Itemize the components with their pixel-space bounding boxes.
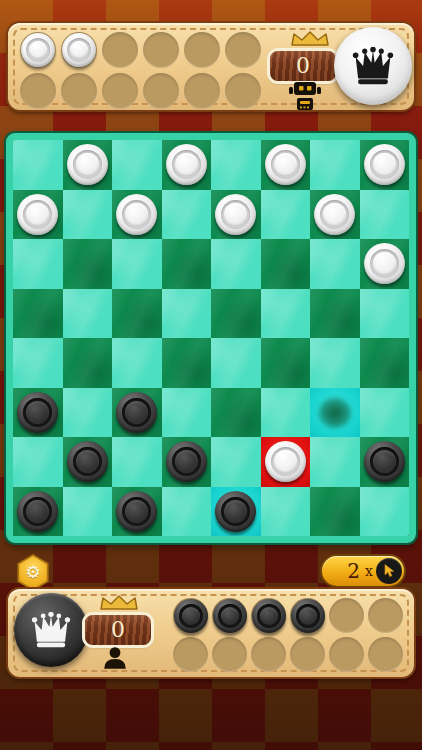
black-piece[interactable] (17, 491, 58, 532)
tray-slot (212, 598, 247, 633)
cell-r2c3[interactable] (162, 239, 212, 289)
tray-slot (368, 598, 403, 633)
cell-r0c1[interactable] (63, 140, 113, 190)
black-piece[interactable] (166, 441, 207, 482)
black-piece[interactable] (364, 441, 405, 482)
cell-r5c0[interactable] (13, 388, 63, 438)
cell-r4c4[interactable] (211, 338, 261, 388)
cell-r3c5[interactable] (261, 289, 311, 339)
cell-r5c2[interactable] (112, 388, 162, 438)
top-score-box: 0 (270, 51, 336, 81)
black-piece[interactable] (116, 491, 157, 532)
tray-slot (143, 73, 179, 109)
white-piece[interactable] (215, 194, 256, 235)
person-icon (102, 647, 128, 669)
cell-r0c2[interactable] (112, 140, 162, 190)
bottom-player-avatar-button[interactable] (14, 593, 88, 667)
cell-r3c1[interactable] (63, 289, 113, 339)
bottom-score: 0 (111, 619, 125, 641)
cell-r4c6[interactable] (310, 338, 360, 388)
cell-r4c1[interactable] (63, 338, 113, 388)
black-piece[interactable] (215, 491, 256, 532)
robot-icon (289, 82, 321, 111)
tray-slot (20, 73, 56, 109)
cell-r5c5[interactable] (261, 388, 311, 438)
cell-r5c4[interactable] (211, 388, 261, 438)
cell-r0c7[interactable] (360, 140, 410, 190)
cell-r7c3[interactable] (162, 487, 212, 537)
cell-r6c5[interactable] (261, 437, 311, 487)
white-piece[interactable] (364, 243, 405, 284)
cell-r5c1[interactable] (63, 388, 113, 438)
tray-slot (212, 637, 247, 672)
white-piece[interactable] (265, 144, 306, 185)
cell-r2c6[interactable] (310, 239, 360, 289)
cell-r0c5[interactable] (261, 140, 311, 190)
cell-r6c4[interactable] (211, 437, 261, 487)
cell-r3c7[interactable] (360, 289, 410, 339)
tray-slot (184, 73, 220, 109)
cell-r2c5[interactable] (261, 239, 311, 289)
cell-r0c3[interactable] (162, 140, 212, 190)
cell-r6c0[interactable] (13, 437, 63, 487)
cell-r1c0[interactable] (13, 190, 63, 240)
cell-r7c7[interactable] (360, 487, 410, 537)
white-piece[interactable] (116, 194, 157, 235)
cell-r7c2[interactable] (112, 487, 162, 537)
black-queen-crown-icon (351, 47, 395, 85)
tray-slot (20, 32, 56, 68)
top-player-panel: 0 (8, 23, 414, 110)
captured-white-piece (62, 33, 96, 67)
tray-slot (61, 73, 97, 109)
cell-r0c0[interactable] (13, 140, 63, 190)
tray-slot (184, 32, 220, 68)
tray-slot (251, 637, 286, 672)
gear-hexagon: ⚙ (18, 556, 48, 589)
top-captured-tray (20, 32, 261, 109)
bottom-player-panel: 0 (8, 589, 414, 677)
gold-crown-icon (96, 594, 142, 611)
cell-r7c4[interactable] (211, 487, 261, 537)
cell-r1c1[interactable] (63, 190, 113, 240)
captured-black-piece (291, 599, 325, 633)
settings-button[interactable]: ⚙ (16, 554, 50, 591)
cell-r6c6[interactable] (310, 437, 360, 487)
tray-slot (102, 32, 138, 68)
tray-slot (225, 73, 261, 109)
cell-r3c6[interactable] (310, 289, 360, 339)
tray-slot (251, 598, 286, 633)
cell-r1c7[interactable] (360, 190, 410, 240)
cell-r4c0[interactable] (13, 338, 63, 388)
cell-r0c6[interactable] (310, 140, 360, 190)
checkers-board (6, 133, 416, 543)
cell-r4c3[interactable] (162, 338, 212, 388)
cell-r4c7[interactable] (360, 338, 410, 388)
cell-r2c2[interactable] (112, 239, 162, 289)
white-piece[interactable] (67, 144, 108, 185)
cell-r6c2[interactable] (112, 437, 162, 487)
cell-r2c0[interactable] (13, 239, 63, 289)
tray-slot (143, 32, 179, 68)
tray-slot (290, 598, 325, 633)
cell-r1c5[interactable] (261, 190, 311, 240)
cell-r6c1[interactable] (63, 437, 113, 487)
top-player-avatar-button[interactable] (334, 27, 412, 105)
gold-crown-icon (287, 30, 333, 47)
cell-r3c4[interactable] (211, 289, 261, 339)
tray-slot (225, 32, 261, 68)
tray-slot (368, 637, 403, 672)
app-screen: 0 (0, 0, 422, 750)
hint-counter-button[interactable]: 2 x (322, 556, 404, 586)
cell-r1c6[interactable] (310, 190, 360, 240)
cell-r5c6[interactable] (310, 388, 360, 438)
captured-black-piece (252, 599, 286, 633)
cell-r7c1[interactable] (63, 487, 113, 537)
cell-r6c3[interactable] (162, 437, 212, 487)
cell-r7c0[interactable] (13, 487, 63, 537)
tray-slot (173, 598, 208, 633)
tray-slot (329, 598, 364, 633)
cell-r4c2[interactable] (112, 338, 162, 388)
tray-slot (61, 32, 97, 68)
cell-r3c3[interactable] (162, 289, 212, 339)
tray-slot (102, 73, 138, 109)
cell-r2c1[interactable] (63, 239, 113, 289)
captured-black-piece (213, 599, 247, 633)
cell-r5c3[interactable] (162, 388, 212, 438)
captured-black-piece (174, 599, 208, 633)
hint-times-label: x (365, 563, 373, 579)
cell-r3c2[interactable] (112, 289, 162, 339)
white-piece[interactable] (166, 144, 207, 185)
cell-r7c5[interactable] (261, 487, 311, 537)
white-piece[interactable] (17, 194, 58, 235)
black-piece[interactable] (67, 441, 108, 482)
black-piece[interactable] (17, 392, 58, 433)
cell-r5c7[interactable] (360, 388, 410, 438)
white-piece[interactable] (314, 194, 355, 235)
cell-r1c3[interactable] (162, 190, 212, 240)
cell-r2c7[interactable] (360, 239, 410, 289)
captured-piece-ghost (318, 397, 352, 429)
hint-count: 2 (347, 559, 360, 583)
white-piece[interactable] (265, 441, 306, 482)
tray-slot (329, 637, 364, 672)
white-queen-crown-icon (30, 612, 72, 648)
cell-r2c4[interactable] (211, 239, 261, 289)
cursor-arrow-icon (376, 558, 402, 584)
tray-slot (290, 637, 325, 672)
bottom-captured-tray (173, 598, 403, 672)
cell-r1c4[interactable] (211, 190, 261, 240)
white-piece[interactable] (364, 144, 405, 185)
black-piece[interactable] (116, 392, 157, 433)
cell-r3c0[interactable] (13, 289, 63, 339)
cell-r0c4[interactable] (211, 140, 261, 190)
tray-slot (173, 637, 208, 672)
top-score: 0 (296, 55, 310, 77)
captured-white-piece (21, 33, 55, 67)
cell-r1c2[interactable] (112, 190, 162, 240)
gear-icon: ⚙ (25, 564, 40, 581)
cell-r4c5[interactable] (261, 338, 311, 388)
cell-r6c7[interactable] (360, 437, 410, 487)
bottom-score-box: 0 (85, 615, 151, 645)
cell-r7c6[interactable] (310, 487, 360, 537)
